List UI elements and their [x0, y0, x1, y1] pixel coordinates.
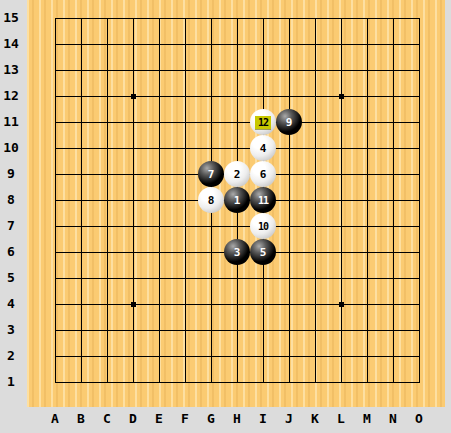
- row-label-12: 12: [0, 88, 22, 104]
- stone-black-11-i8: 11: [250, 187, 276, 213]
- row-label-4: 4: [0, 296, 22, 312]
- stone-black-3-h6: 3: [224, 239, 250, 265]
- move-number: 2: [234, 168, 241, 181]
- column-label-A: A: [45, 411, 65, 427]
- column-label-I: I: [253, 411, 273, 427]
- star-point-D4: [131, 302, 136, 307]
- stone-white-4-i10: 4: [250, 135, 276, 161]
- stone-white-6-i9: 6: [250, 161, 276, 187]
- column-label-L: L: [331, 411, 351, 427]
- stone-white-12-i11: 12: [250, 109, 276, 135]
- row-label-8: 8: [0, 192, 22, 208]
- column-label-K: K: [305, 411, 325, 427]
- column-label-N: N: [383, 411, 403, 427]
- stone-white-2-h9: 2: [224, 161, 250, 187]
- column-label-G: G: [201, 411, 221, 427]
- row-label-5: 5: [0, 270, 22, 286]
- move-number: 1: [234, 194, 241, 207]
- move-number: 3: [234, 246, 241, 259]
- star-point-D12: [131, 94, 136, 99]
- move-number: 7: [208, 168, 215, 181]
- move-number: 9: [286, 116, 293, 129]
- stone-black-1-h8: 1: [224, 187, 250, 213]
- column-label-M: M: [357, 411, 377, 427]
- row-label-2: 2: [0, 348, 22, 364]
- row-label-15: 15: [0, 10, 22, 26]
- row-label-7: 7: [0, 218, 22, 234]
- row-label-6: 6: [0, 244, 22, 260]
- move-number: 4: [260, 142, 267, 155]
- column-label-O: O: [409, 411, 429, 427]
- column-label-C: C: [97, 411, 117, 427]
- row-label-1: 1: [0, 374, 22, 390]
- column-label-H: H: [227, 411, 247, 427]
- last-move-number-highlight: 12: [255, 116, 271, 129]
- stone-black-5-i6: 5: [250, 239, 276, 265]
- stone-white-8-g8: 8: [198, 187, 224, 213]
- move-number: 5: [260, 246, 267, 259]
- row-label-11: 11: [0, 114, 22, 130]
- column-label-J: J: [279, 411, 299, 427]
- row-label-10: 10: [0, 140, 22, 156]
- move-number: 8: [208, 194, 215, 207]
- column-label-F: F: [175, 411, 195, 427]
- stone-black-9-j11: 9: [276, 109, 302, 135]
- column-label-B: B: [71, 411, 91, 427]
- row-label-9: 9: [0, 166, 22, 182]
- star-point-L12: [339, 94, 344, 99]
- row-label-3: 3: [0, 322, 22, 338]
- column-label-D: D: [123, 411, 143, 427]
- stone-white-10-i7: 10: [250, 213, 276, 239]
- row-label-14: 14: [0, 36, 22, 52]
- stone-black-7-g9: 7: [198, 161, 224, 187]
- move-number: 10: [258, 221, 268, 232]
- board-window: 151413121110987654321 ABCDEFGHIJKLMNO 12…: [0, 0, 451, 433]
- move-number: 6: [260, 168, 267, 181]
- row-label-13: 13: [0, 62, 22, 78]
- star-point-L4: [339, 302, 344, 307]
- move-number: 11: [258, 195, 268, 206]
- column-label-E: E: [149, 411, 169, 427]
